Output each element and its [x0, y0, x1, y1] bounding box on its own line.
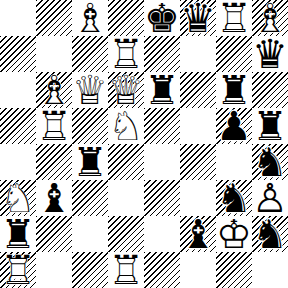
- square-b2[interactable]: [36, 216, 72, 252]
- square-e2[interactable]: [144, 216, 180, 252]
- square-d5[interactable]: ♞♘: [108, 108, 144, 144]
- square-c3[interactable]: [72, 180, 108, 216]
- black-queen-icon: ♛: [252, 36, 288, 72]
- black-rook-icon: ♜: [144, 72, 180, 108]
- white-rook: ♜♖: [36, 108, 72, 144]
- black-bishop-icon: ♝: [180, 216, 216, 252]
- square-g2[interactable]: ♚♔: [216, 216, 252, 252]
- square-f6[interactable]: [180, 72, 216, 108]
- white-queen-icon: ♕: [72, 72, 108, 108]
- white-rook: ♜♖: [216, 0, 252, 36]
- square-f2[interactable]: ♝♝: [180, 216, 216, 252]
- square-e3[interactable]: [144, 180, 180, 216]
- square-a1[interactable]: ♜♖: [0, 252, 36, 288]
- square-f4[interactable]: [180, 144, 216, 180]
- square-c2[interactable]: [72, 216, 108, 252]
- black-bishop: ♝♝: [36, 180, 72, 216]
- square-f8[interactable]: ♛♛: [180, 0, 216, 36]
- black-king: ♚♚: [144, 0, 180, 36]
- square-d4[interactable]: [108, 144, 144, 180]
- square-f1[interactable]: [180, 252, 216, 288]
- square-g5[interactable]: ♟♟: [216, 108, 252, 144]
- black-king-icon: ♚: [144, 0, 180, 36]
- black-pawn: ♟♟: [216, 108, 252, 144]
- white-king-icon: ♔: [216, 216, 252, 252]
- square-b1[interactable]: [36, 252, 72, 288]
- white-rook-icon: ♖: [216, 0, 252, 36]
- square-d3[interactable]: [108, 180, 144, 216]
- white-knight-icon: ♘: [108, 108, 144, 144]
- chessboard: ♝♗♚♚♛♛♜♖♝♗♜♖♛♛♝♗♛♕♛♕♜♜♜♜♜♖♞♘♟♟♜♜♜♜♞♞♞♘♝♝…: [0, 0, 288, 288]
- square-b8[interactable]: [36, 0, 72, 36]
- square-h1[interactable]: [252, 252, 288, 288]
- square-e6[interactable]: ♜♜: [144, 72, 180, 108]
- square-a5[interactable]: [0, 108, 36, 144]
- black-rook-icon: ♜: [72, 144, 108, 180]
- white-rook-icon: ♖: [0, 252, 36, 288]
- chess-diagram: ♝♗♚♚♛♛♜♖♝♗♜♖♛♛♝♗♛♕♛♕♜♜♜♜♜♖♞♘♟♟♜♜♜♜♞♞♞♘♝♝…: [0, 0, 288, 288]
- square-e8[interactable]: ♚♚: [144, 0, 180, 36]
- square-a8[interactable]: [0, 0, 36, 36]
- white-rook: ♜♖: [108, 252, 144, 288]
- black-queen: ♛♛: [180, 0, 216, 36]
- black-knight-icon: ♞: [252, 216, 288, 252]
- white-rook-icon: ♖: [108, 252, 144, 288]
- white-bishop-icon: ♗: [72, 0, 108, 36]
- square-e5[interactable]: [144, 108, 180, 144]
- square-c1[interactable]: [72, 252, 108, 288]
- square-g8[interactable]: ♜♖: [216, 0, 252, 36]
- square-a6[interactable]: [0, 72, 36, 108]
- black-bishop: ♝♝: [180, 216, 216, 252]
- square-d1[interactable]: ♜♖: [108, 252, 144, 288]
- square-b5[interactable]: ♜♖: [36, 108, 72, 144]
- square-f7[interactable]: [180, 36, 216, 72]
- square-c4[interactable]: ♜♜: [72, 144, 108, 180]
- square-e4[interactable]: [144, 144, 180, 180]
- black-rook: ♜♜: [144, 72, 180, 108]
- square-h7[interactable]: ♛♛: [252, 36, 288, 72]
- white-bishop: ♝♗: [72, 0, 108, 36]
- square-c6[interactable]: ♛♕: [72, 72, 108, 108]
- black-queen-icon: ♛: [180, 0, 216, 36]
- square-e1[interactable]: [144, 252, 180, 288]
- black-queen: ♛♛: [252, 36, 288, 72]
- white-rook: ♜♖: [0, 252, 36, 288]
- square-h2[interactable]: ♞♞: [252, 216, 288, 252]
- white-rook-icon: ♖: [36, 108, 72, 144]
- white-king: ♚♔: [216, 216, 252, 252]
- black-knight: ♞♞: [252, 216, 288, 252]
- black-pawn-icon: ♟: [216, 108, 252, 144]
- square-g1[interactable]: [216, 252, 252, 288]
- square-b3[interactable]: ♝♝: [36, 180, 72, 216]
- square-f5[interactable]: [180, 108, 216, 144]
- black-rook: ♜♜: [72, 144, 108, 180]
- black-bishop-icon: ♝: [36, 180, 72, 216]
- square-c8[interactable]: ♝♗: [72, 0, 108, 36]
- white-queen: ♛♕: [72, 72, 108, 108]
- white-knight: ♞♘: [108, 108, 144, 144]
- square-a7[interactable]: [0, 36, 36, 72]
